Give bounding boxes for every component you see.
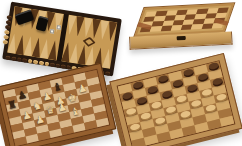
checker-piece-light: [129, 123, 140, 131]
checker-piece-light: [179, 110, 190, 118]
chess-piece-light-b: ♝: [70, 106, 81, 118]
checker-stack-disc: [39, 61, 44, 66]
checker-piece-dark: [182, 68, 193, 76]
checkers-frame: [109, 53, 242, 146]
checker-stack-disc: [22, 58, 27, 63]
checker-stack-disc: [105, 71, 110, 76]
checker-piece-dark: [161, 90, 172, 98]
checker-piece-dark: [186, 84, 197, 92]
checker-stack-disc: [6, 20, 12, 25]
checker-stack-disc: [11, 56, 16, 61]
chess-piece-light-p: ♟: [57, 102, 68, 114]
checker-piece-light: [154, 117, 165, 125]
checker-piece-dark: [172, 79, 183, 87]
checker-stack-disc: [17, 57, 22, 62]
backgammon-board: [2, 2, 122, 77]
chess-piece-light-p: ♟: [42, 91, 53, 103]
die: [56, 25, 61, 30]
chess-piece-light-p: ♟: [35, 114, 46, 126]
backgammon-point: [102, 48, 113, 69]
backgammon-left-half: [7, 6, 63, 60]
checker-piece-light: [190, 99, 201, 107]
chess-board: ♟♝♜♟♟♞♟♚♟♛♟♟♝: [0, 63, 116, 146]
chess-piece-light-p: ♟: [77, 83, 88, 95]
case-latch-icon: [176, 36, 185, 40]
die: [50, 29, 55, 34]
checker-stack-disc: [3, 40, 9, 45]
checker-piece-dark: [157, 75, 168, 83]
checker-stack-disc: [5, 55, 10, 60]
chess-piece-dark-r: ♜: [7, 99, 18, 111]
chess-piece-light-k: ♚: [67, 92, 78, 104]
checker-piece-light: [176, 95, 187, 103]
checker-piece-dark: [211, 78, 222, 86]
checker-stack-disc: [3, 35, 9, 40]
backgammon-point: [65, 15, 76, 36]
checker-piece-light: [150, 101, 161, 109]
chess-piece-light-q: ♛: [45, 105, 56, 117]
checkers-pieces: [118, 61, 234, 146]
backgammon-right-half: [61, 15, 117, 69]
checker-piece-light: [205, 104, 216, 112]
checker-stack-disc: [4, 30, 10, 35]
checker-piece-dark: [146, 85, 157, 93]
chess-frame: ♟♝♜♟♟♞♟♚♟♛♟♟♝: [0, 63, 116, 146]
chess-piece-light-n: ♞: [32, 101, 43, 113]
checkers-board: [109, 53, 242, 146]
checker-piece-light: [215, 93, 226, 101]
checker-piece-dark: [197, 73, 208, 81]
checker-stack-disc: [50, 62, 55, 67]
checker-stack-disc: [5, 25, 11, 30]
scene: ♟♝♜♟♟♞♟♚♟♛♟♟♝: [0, 0, 242, 146]
checker-piece-dark: [136, 96, 147, 104]
checker-piece-light: [140, 112, 151, 120]
checker-piece-dark: [121, 92, 132, 100]
checker-piece-light: [201, 88, 212, 96]
checker-stack-disc: [28, 59, 33, 64]
checker-piece-dark: [132, 81, 143, 89]
chess-piece-dark-p: ♟: [17, 90, 28, 102]
checker-stack-disc: [55, 63, 60, 68]
backgammon-points-top-right: [65, 15, 117, 42]
checker-stack-disc: [33, 60, 38, 65]
checker-stack-disc: [61, 64, 66, 69]
chess-piece-light-p: ♟: [22, 110, 33, 122]
checker-piece-light: [165, 106, 176, 114]
chess-piece-dark-b: ♝: [52, 81, 63, 93]
checker-piece-light: [125, 107, 136, 115]
checker-stack-disc: [6, 15, 12, 20]
chess-pieces: ♟♝♜♟♟♞♟♚♟♛♟♟♝: [3, 70, 109, 146]
checker-piece-dark: [208, 62, 219, 70]
checker-stack-disc: [44, 62, 49, 67]
